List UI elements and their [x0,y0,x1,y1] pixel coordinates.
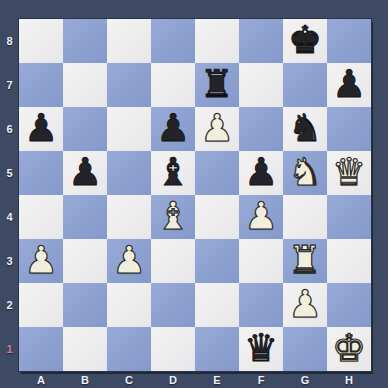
piece-black-pawn[interactable]: ♟ [332,62,366,106]
rank-label-1: 1 [0,327,19,371]
square-h3[interactable] [327,239,371,283]
square-f5[interactable]: ♟ [239,151,283,195]
piece-white-pawn[interactable]: ♟ [24,238,58,282]
rank-label-2: 2 [0,283,19,327]
square-d1[interactable] [151,327,195,371]
piece-white-pawn[interactable]: ♟ [244,194,278,238]
file-label-e: E [195,371,239,388]
square-a5[interactable] [19,151,63,195]
file-label-a: A [19,371,63,388]
square-d8[interactable] [151,19,195,63]
square-h7[interactable]: ♟ [327,63,371,107]
square-h6[interactable] [327,107,371,151]
square-d3[interactable] [151,239,195,283]
piece-black-rook[interactable]: ♜ [200,62,234,106]
file-label-d: D [151,371,195,388]
square-a4[interactable] [19,195,63,239]
square-g1[interactable] [283,327,327,371]
square-g3[interactable]: ♜ [283,239,327,283]
square-a2[interactable] [19,283,63,327]
square-d6[interactable]: ♟ [151,107,195,151]
square-c2[interactable] [107,283,151,327]
chess-diagram: 87654321 ♚♜♟♟♟♟♞♟♝♟♞♛♝♟♟♟♜♟♛♚ ABCDEFGH [0,0,388,388]
square-f6[interactable] [239,107,283,151]
square-c6[interactable] [107,107,151,151]
piece-black-pawn[interactable]: ♟ [156,106,190,150]
square-f8[interactable] [239,19,283,63]
square-a8[interactable] [19,19,63,63]
square-g4[interactable] [283,195,327,239]
square-b1[interactable] [63,327,107,371]
square-c5[interactable] [107,151,151,195]
rank-label-7: 7 [0,63,19,107]
square-a1[interactable] [19,327,63,371]
square-g2[interactable]: ♟ [283,283,327,327]
piece-black-queen[interactable]: ♛ [244,326,278,370]
square-g8[interactable]: ♚ [283,19,327,63]
square-a3[interactable]: ♟ [19,239,63,283]
square-e2[interactable] [195,283,239,327]
file-label-f: F [239,371,283,388]
piece-white-knight[interactable]: ♞ [288,150,322,194]
square-b7[interactable] [63,63,107,107]
square-h4[interactable] [327,195,371,239]
square-c7[interactable] [107,63,151,107]
piece-white-king[interactable]: ♚ [332,326,366,370]
square-e7[interactable]: ♜ [195,63,239,107]
square-g7[interactable] [283,63,327,107]
piece-black-king[interactable]: ♚ [288,18,322,62]
square-d7[interactable] [151,63,195,107]
square-d2[interactable] [151,283,195,327]
chess-board: ♚♜♟♟♟♟♞♟♝♟♞♛♝♟♟♟♜♟♛♚ [19,19,371,371]
square-h1[interactable]: ♚ [327,327,371,371]
square-h8[interactable] [327,19,371,63]
rank-labels: 87654321 [0,19,19,371]
square-d4[interactable]: ♝ [151,195,195,239]
rank-label-8: 8 [0,19,19,63]
rank-label-3: 3 [0,239,19,283]
square-b8[interactable] [63,19,107,63]
piece-white-pawn[interactable]: ♟ [200,106,234,150]
square-c1[interactable] [107,327,151,371]
piece-black-bishop[interactable]: ♝ [156,150,190,194]
rank-label-6: 6 [0,107,19,151]
file-label-b: B [63,371,107,388]
square-f4[interactable]: ♟ [239,195,283,239]
square-c3[interactable]: ♟ [107,239,151,283]
square-d5[interactable]: ♝ [151,151,195,195]
square-f7[interactable] [239,63,283,107]
square-b4[interactable] [63,195,107,239]
piece-black-pawn[interactable]: ♟ [68,150,102,194]
square-e1[interactable] [195,327,239,371]
square-b5[interactable]: ♟ [63,151,107,195]
square-e3[interactable] [195,239,239,283]
square-a6[interactable]: ♟ [19,107,63,151]
rank-label-5: 5 [0,151,19,195]
square-g5[interactable]: ♞ [283,151,327,195]
file-label-g: G [283,371,327,388]
piece-black-pawn[interactable]: ♟ [244,150,278,194]
piece-white-pawn[interactable]: ♟ [288,282,322,326]
piece-white-rook[interactable]: ♜ [288,238,322,282]
square-e5[interactable] [195,151,239,195]
piece-black-knight[interactable]: ♞ [288,106,322,150]
piece-black-pawn[interactable]: ♟ [24,106,58,150]
square-b3[interactable] [63,239,107,283]
square-e8[interactable] [195,19,239,63]
square-a7[interactable] [19,63,63,107]
square-b6[interactable] [63,107,107,151]
square-f3[interactable] [239,239,283,283]
square-h5[interactable]: ♛ [327,151,371,195]
square-h2[interactable] [327,283,371,327]
rank-label-4: 4 [0,195,19,239]
square-e4[interactable] [195,195,239,239]
file-label-c: C [107,371,151,388]
square-c4[interactable] [107,195,151,239]
piece-white-bishop[interactable]: ♝ [156,194,190,238]
square-c8[interactable] [107,19,151,63]
piece-white-pawn[interactable]: ♟ [112,238,146,282]
file-label-h: H [327,371,371,388]
square-f1[interactable]: ♛ [239,327,283,371]
file-labels: ABCDEFGH [19,371,371,388]
square-f2[interactable] [239,283,283,327]
piece-white-queen[interactable]: ♛ [332,150,366,194]
square-b2[interactable] [63,283,107,327]
square-e6[interactable]: ♟ [195,107,239,151]
square-g6[interactable]: ♞ [283,107,327,151]
